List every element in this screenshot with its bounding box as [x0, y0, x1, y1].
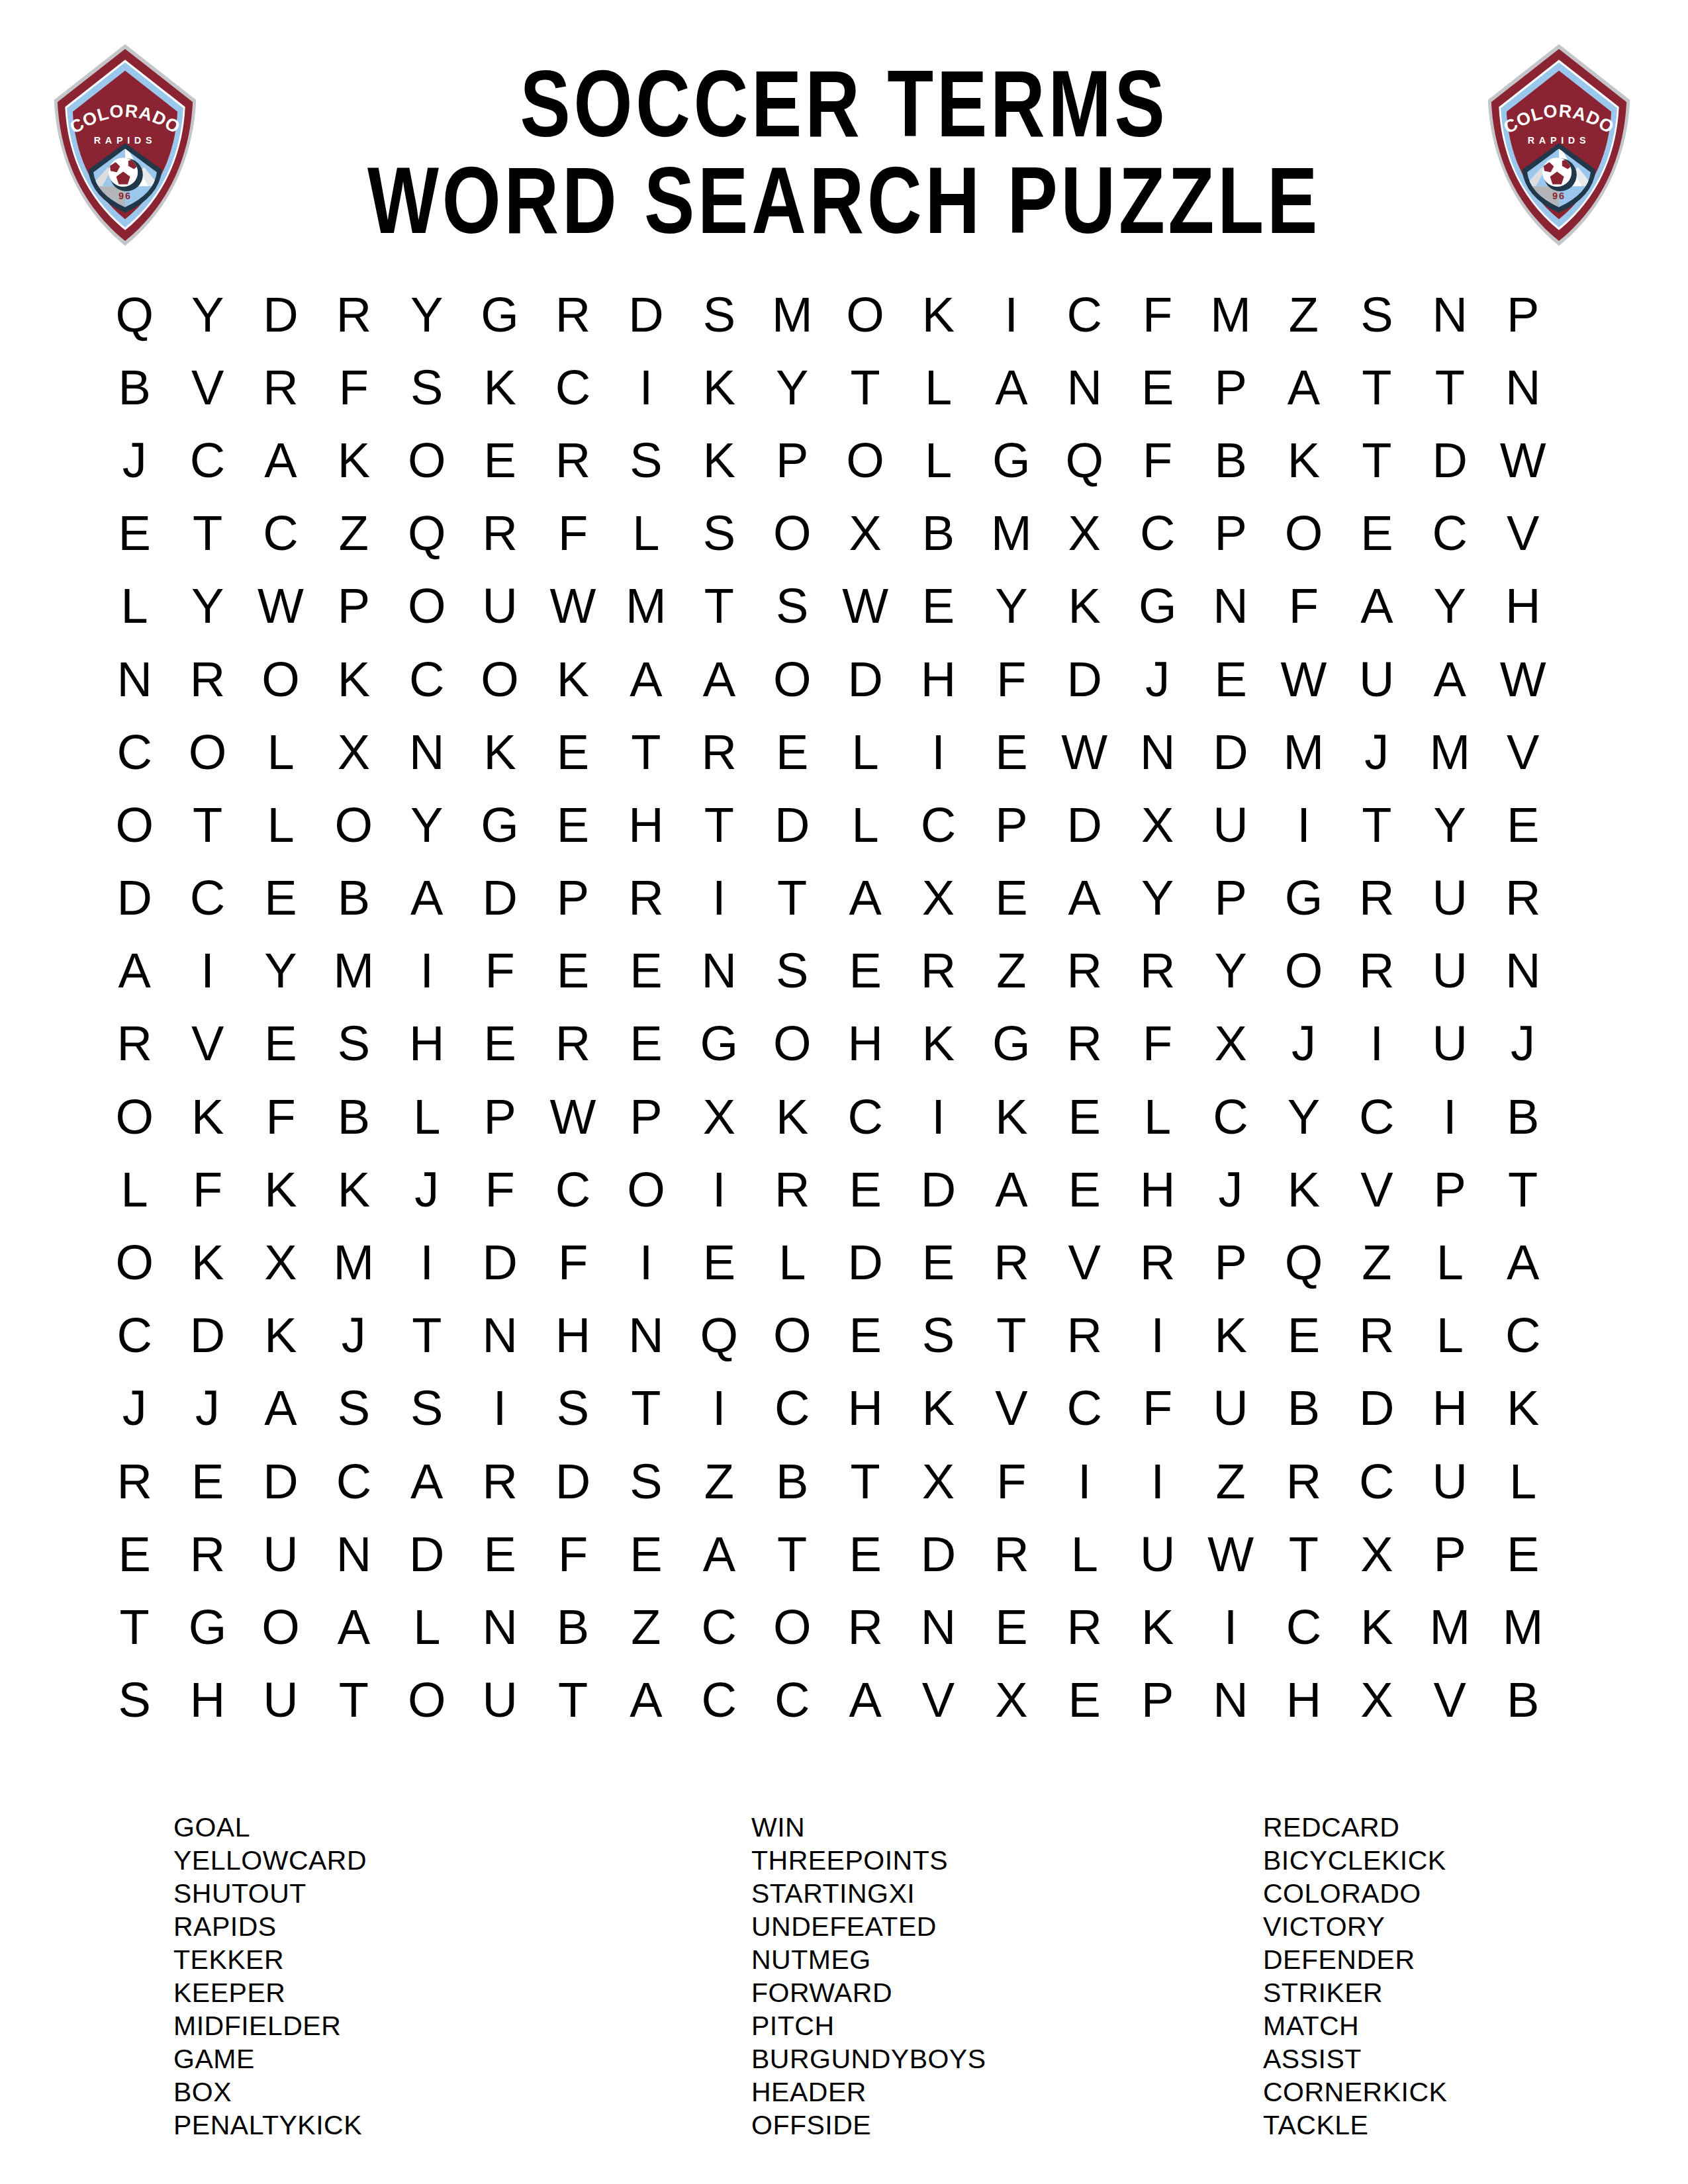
grid-cell-11-2: V: [171, 1007, 244, 1080]
grid-cell-16-16: U: [1194, 1372, 1267, 1445]
grid-cell-6-1: N: [98, 643, 171, 715]
grid-cell-5-7: W: [536, 570, 609, 643]
grid-cell-15-16: K: [1194, 1299, 1267, 1372]
grid-cell-7-18: J: [1340, 715, 1413, 788]
grid-cell-11-9: G: [682, 1007, 755, 1080]
grid-cell-16-20: K: [1486, 1372, 1559, 1445]
grid-cell-18-11: E: [829, 1518, 902, 1590]
grid-cell-11-20: J: [1486, 1007, 1559, 1080]
grid-cell-2-16: P: [1194, 351, 1267, 424]
grid-cell-6-2: R: [171, 643, 244, 715]
word-list-section: GOALYELLOWCARDSHUTOUTRAPIDSTEKKERKEEPERM…: [0, 1811, 1688, 2155]
grid-cell-10-11: E: [829, 934, 902, 1007]
grid-cell-11-19: U: [1413, 1007, 1486, 1080]
grid-cell-16-5: S: [391, 1372, 463, 1445]
grid-cell-6-12: H: [902, 643, 974, 715]
grid-cell-11-5: H: [391, 1007, 463, 1080]
grid-cell-12-7: W: [536, 1080, 609, 1153]
grid-cell-1-7: R: [536, 278, 609, 351]
grid-cell-6-15: J: [1121, 643, 1194, 715]
grid-cell-9-14: A: [1048, 862, 1121, 934]
grid-cell-1-13: I: [975, 278, 1048, 351]
grid-cell-12-5: L: [391, 1080, 463, 1153]
grid-cell-10-12: R: [902, 934, 974, 1007]
grid-cell-5-4: P: [317, 570, 390, 643]
grid-cell-3-13: G: [975, 424, 1048, 496]
grid-cell-7-13: E: [975, 715, 1048, 788]
grid-cell-2-14: N: [1048, 351, 1121, 424]
grid-cell-6-5: C: [391, 643, 463, 715]
grid-cell-15-5: T: [391, 1299, 463, 1372]
grid-cell-9-10: T: [756, 862, 829, 934]
grid-cell-12-14: E: [1048, 1080, 1121, 1153]
grid-cell-10-2: I: [171, 934, 244, 1007]
grid-cell-10-13: Z: [975, 934, 1048, 1007]
grid-cell-17-16: Z: [1194, 1445, 1267, 1518]
grid-cell-16-12: K: [902, 1372, 974, 1445]
grid-cell-6-20: W: [1486, 643, 1559, 715]
grid-cell-8-17: I: [1267, 788, 1340, 861]
word-list-item: ASSIST: [1263, 2042, 1447, 2075]
grid-cell-14-12: E: [902, 1226, 974, 1298]
grid-cell-13-19: P: [1413, 1153, 1486, 1226]
grid-cell-9-1: D: [98, 862, 171, 934]
grid-cell-1-8: D: [610, 278, 682, 351]
grid-cell-8-9: T: [682, 788, 755, 861]
grid-cell-19-8: Z: [610, 1590, 682, 1663]
grid-cell-5-3: W: [244, 570, 317, 643]
word-list-item: DEFENDER: [1263, 1943, 1447, 1976]
word-list-item: SHUTOUT: [173, 1877, 367, 1910]
grid-cell-18-12: D: [902, 1518, 974, 1590]
grid-cell-12-10: K: [756, 1080, 829, 1153]
grid-cell-5-8: M: [610, 570, 682, 643]
grid-cell-5-18: A: [1340, 570, 1413, 643]
word-list-item: REDCARD: [1263, 1811, 1447, 1844]
grid-cell-16-3: A: [244, 1372, 317, 1445]
grid-cell-7-12: I: [902, 715, 974, 788]
grid-cell-15-3: K: [244, 1299, 317, 1372]
grid-cell-7-4: X: [317, 715, 390, 788]
grid-cell-19-4: A: [317, 1590, 390, 1663]
grid-cell-14-10: L: [756, 1226, 829, 1298]
grid-cell-15-8: N: [610, 1299, 682, 1372]
grid-cell-17-3: D: [244, 1445, 317, 1518]
grid-cell-20-4: T: [317, 1664, 390, 1737]
grid-cell-2-1: B: [98, 351, 171, 424]
grid-cell-5-6: U: [463, 570, 536, 643]
grid-cell-9-18: R: [1340, 862, 1413, 934]
grid-cell-4-19: C: [1413, 497, 1486, 570]
word-list-item: PENALTYKICK: [173, 2109, 367, 2142]
grid-cell-3-12: L: [902, 424, 974, 496]
grid-cell-4-8: L: [610, 497, 682, 570]
grid-cell-12-12: I: [902, 1080, 974, 1153]
grid-cell-7-17: M: [1267, 715, 1340, 788]
grid-cell-2-13: A: [975, 351, 1048, 424]
grid-cell-1-2: Y: [171, 278, 244, 351]
grid-cell-4-18: E: [1340, 497, 1413, 570]
grid-cell-13-6: F: [463, 1153, 536, 1226]
grid-cell-8-18: T: [1340, 788, 1413, 861]
grid-cell-1-11: O: [829, 278, 902, 351]
grid-cell-15-19: L: [1413, 1299, 1486, 1372]
grid-cell-18-10: T: [756, 1518, 829, 1590]
grid-cell-14-15: R: [1121, 1226, 1194, 1298]
word-list-item: HEADER: [751, 2075, 986, 2109]
grid-cell-19-10: O: [756, 1590, 829, 1663]
word-list-item: STRIKER: [1263, 1976, 1447, 2009]
grid-cell-3-18: T: [1340, 424, 1413, 496]
grid-cell-2-10: Y: [756, 351, 829, 424]
grid-cell-10-7: E: [536, 934, 609, 1007]
grid-cell-15-20: C: [1486, 1299, 1559, 1372]
grid-cell-15-6: N: [463, 1299, 536, 1372]
grid-cell-17-18: C: [1340, 1445, 1413, 1518]
grid-cell-10-15: R: [1121, 934, 1194, 1007]
word-list-item: WIN: [751, 1811, 986, 1844]
grid-cell-19-13: E: [975, 1590, 1048, 1663]
grid-cell-10-5: I: [391, 934, 463, 1007]
grid-cell-7-2: O: [171, 715, 244, 788]
grid-cell-15-18: R: [1340, 1299, 1413, 1372]
grid-cell-20-11: A: [829, 1664, 902, 1737]
word-search-grid: QYDRYGRDSMOKICFMZSNPBVRFSKCIKYTLANEPATTN…: [98, 278, 1560, 1737]
grid-cell-12-11: C: [829, 1080, 902, 1153]
grid-cell-14-7: F: [536, 1226, 609, 1298]
grid-cell-12-19: I: [1413, 1080, 1486, 1153]
grid-cell-5-20: H: [1486, 570, 1559, 643]
grid-cell-19-19: M: [1413, 1590, 1486, 1663]
grid-cell-19-2: G: [171, 1590, 244, 1663]
grid-cell-13-13: A: [975, 1153, 1048, 1226]
grid-cell-14-1: O: [98, 1226, 171, 1298]
grid-cell-13-8: O: [610, 1153, 682, 1226]
grid-cell-17-9: Z: [682, 1445, 755, 1518]
grid-cell-18-5: D: [391, 1518, 463, 1590]
grid-cell-13-10: R: [756, 1153, 829, 1226]
word-list-item: YELLOWCARD: [173, 1844, 367, 1877]
grid-cell-10-14: R: [1048, 934, 1121, 1007]
grid-cell-7-15: N: [1121, 715, 1194, 788]
grid-cell-20-20: B: [1486, 1664, 1559, 1737]
grid-cell-20-7: T: [536, 1664, 609, 1737]
grid-cell-16-18: D: [1340, 1372, 1413, 1445]
grid-cell-6-18: U: [1340, 643, 1413, 715]
grid-cell-3-16: B: [1194, 424, 1267, 496]
grid-cell-14-3: X: [244, 1226, 317, 1298]
grid-cell-20-6: U: [463, 1664, 536, 1737]
grid-cell-16-6: I: [463, 1372, 536, 1445]
grid-cell-2-18: T: [1340, 351, 1413, 424]
grid-cell-19-9: C: [682, 1590, 755, 1663]
word-list-item: FORWARD: [751, 1976, 986, 2009]
grid-cell-12-16: C: [1194, 1080, 1267, 1153]
grid-cell-2-19: T: [1413, 351, 1486, 424]
grid-cell-2-3: R: [244, 351, 317, 424]
grid-cell-15-15: I: [1121, 1299, 1194, 1372]
grid-cell-5-2: Y: [171, 570, 244, 643]
grid-cell-16-13: V: [975, 1372, 1048, 1445]
grid-cell-3-15: F: [1121, 424, 1194, 496]
word-list-item: TACKLE: [1263, 2109, 1447, 2142]
grid-cell-14-17: Q: [1267, 1226, 1340, 1298]
grid-cell-10-4: M: [317, 934, 390, 1007]
grid-cell-14-8: I: [610, 1226, 682, 1298]
grid-cell-14-5: I: [391, 1226, 463, 1298]
grid-cell-5-11: W: [829, 570, 902, 643]
word-search-puzzle-page: SOCCER TERMS WORD SEARCH PUZZLE QYDRYGRD…: [0, 0, 1688, 2184]
grid-cell-14-19: L: [1413, 1226, 1486, 1298]
grid-cell-13-5: J: [391, 1153, 463, 1226]
grid-cell-8-2: T: [171, 788, 244, 861]
grid-cell-11-8: E: [610, 1007, 682, 1080]
grid-cell-3-14: Q: [1048, 424, 1121, 496]
grid-cell-3-10: P: [756, 424, 829, 496]
grid-cell-18-18: X: [1340, 1518, 1413, 1590]
grid-cell-1-9: S: [682, 278, 755, 351]
grid-cell-14-11: D: [829, 1226, 902, 1298]
grid-cell-3-7: R: [536, 424, 609, 496]
grid-cell-9-11: A: [829, 862, 902, 934]
grid-cell-1-4: R: [317, 278, 390, 351]
grid-cell-5-9: T: [682, 570, 755, 643]
grid-cell-19-1: T: [98, 1590, 171, 1663]
word-list-item: TEKKER: [173, 1943, 367, 1976]
grid-cell-9-19: U: [1413, 862, 1486, 934]
grid-cell-6-4: K: [317, 643, 390, 715]
grid-cell-9-8: R: [610, 862, 682, 934]
grid-cell-14-2: K: [171, 1226, 244, 1298]
grid-cell-12-3: F: [244, 1080, 317, 1153]
grid-cell-10-18: R: [1340, 934, 1413, 1007]
grid-cell-2-7: C: [536, 351, 609, 424]
page-title: SOCCER TERMS WORD SEARCH PUZZLE: [0, 56, 1688, 249]
grid-cell-3-20: W: [1486, 424, 1559, 496]
grid-cell-16-7: S: [536, 1372, 609, 1445]
grid-cell-12-18: C: [1340, 1080, 1413, 1153]
grid-cell-12-9: X: [682, 1080, 755, 1153]
grid-cell-8-7: E: [536, 788, 609, 861]
word-list-item: BOX: [173, 2075, 367, 2109]
grid-cell-19-20: M: [1486, 1590, 1559, 1663]
grid-cell-20-19: V: [1413, 1664, 1486, 1737]
grid-cell-12-2: K: [171, 1080, 244, 1153]
grid-cell-10-16: Y: [1194, 934, 1267, 1007]
grid-cell-2-5: S: [391, 351, 463, 424]
grid-cell-16-1: J: [98, 1372, 171, 1445]
grid-cell-9-20: R: [1486, 862, 1559, 934]
grid-cell-1-15: F: [1121, 278, 1194, 351]
grid-cell-11-11: H: [829, 1007, 902, 1080]
grid-cell-2-12: L: [902, 351, 974, 424]
grid-cell-11-1: R: [98, 1007, 171, 1080]
grid-cell-12-8: P: [610, 1080, 682, 1153]
grid-cell-5-12: E: [902, 570, 974, 643]
grid-cell-3-19: D: [1413, 424, 1486, 496]
grid-cell-16-8: T: [610, 1372, 682, 1445]
grid-cell-6-6: O: [463, 643, 536, 715]
grid-cell-11-14: R: [1048, 1007, 1121, 1080]
grid-cell-12-6: P: [463, 1080, 536, 1153]
grid-cell-10-17: O: [1267, 934, 1340, 1007]
grid-cell-13-20: T: [1486, 1153, 1559, 1226]
grid-cell-13-3: K: [244, 1153, 317, 1226]
word-list-column-3: REDCARDBICYCLEKICKCOLORADOVICTORYDEFENDE…: [1263, 1811, 1447, 2142]
grid-cell-17-6: R: [463, 1445, 536, 1518]
grid-cell-8-19: Y: [1413, 788, 1486, 861]
grid-cell-13-16: J: [1194, 1153, 1267, 1226]
grid-cell-20-17: H: [1267, 1664, 1340, 1737]
grid-cell-4-16: P: [1194, 497, 1267, 570]
grid-cell-13-15: H: [1121, 1153, 1194, 1226]
grid-cell-20-1: S: [98, 1664, 171, 1737]
grid-cell-20-13: X: [975, 1664, 1048, 1737]
grid-cell-5-15: G: [1121, 570, 1194, 643]
grid-cell-4-13: M: [975, 497, 1048, 570]
grid-cell-6-8: A: [610, 643, 682, 715]
grid-cell-18-3: U: [244, 1518, 317, 1590]
grid-cell-8-10: D: [756, 788, 829, 861]
grid-cell-7-9: R: [682, 715, 755, 788]
grid-cell-20-2: H: [171, 1664, 244, 1737]
grid-cell-5-5: O: [391, 570, 463, 643]
grid-cell-8-6: G: [463, 788, 536, 861]
grid-cell-11-10: O: [756, 1007, 829, 1080]
grid-cell-2-4: F: [317, 351, 390, 424]
grid-cell-7-7: E: [536, 715, 609, 788]
grid-cell-5-10: S: [756, 570, 829, 643]
grid-cell-13-14: E: [1048, 1153, 1121, 1226]
grid-cell-9-2: C: [171, 862, 244, 934]
grid-cell-20-16: N: [1194, 1664, 1267, 1737]
grid-cell-17-19: U: [1413, 1445, 1486, 1518]
grid-cell-10-8: E: [610, 934, 682, 1007]
grid-cell-1-1: Q: [98, 278, 171, 351]
word-list-item: STARTINGXI: [751, 1877, 986, 1910]
grid-cell-7-14: W: [1048, 715, 1121, 788]
grid-cell-4-20: V: [1486, 497, 1559, 570]
grid-cell-7-16: D: [1194, 715, 1267, 788]
grid-cell-7-1: C: [98, 715, 171, 788]
grid-cell-4-12: B: [902, 497, 974, 570]
grid-cell-11-12: K: [902, 1007, 974, 1080]
grid-cell-3-4: K: [317, 424, 390, 496]
grid-cell-2-6: K: [463, 351, 536, 424]
grid-cell-19-12: N: [902, 1590, 974, 1663]
grid-cell-12-13: K: [975, 1080, 1048, 1153]
grid-cell-8-4: O: [317, 788, 390, 861]
grid-cell-7-6: K: [463, 715, 536, 788]
word-list-item: COLORADO: [1263, 1877, 1447, 1910]
grid-cell-18-20: E: [1486, 1518, 1559, 1590]
grid-cell-6-16: E: [1194, 643, 1267, 715]
grid-cell-9-13: E: [975, 862, 1048, 934]
word-list-item: PITCH: [751, 2009, 986, 2042]
grid-cell-14-13: R: [975, 1226, 1048, 1298]
grid-cell-9-15: Y: [1121, 862, 1194, 934]
grid-cell-8-5: Y: [391, 788, 463, 861]
title-line-2: WORD SEARCH PUZZLE: [169, 152, 1519, 249]
grid-cell-18-15: U: [1121, 1518, 1194, 1590]
grid-cell-16-2: J: [171, 1372, 244, 1445]
grid-cell-16-19: H: [1413, 1372, 1486, 1445]
grid-cell-17-7: D: [536, 1445, 609, 1518]
grid-cell-4-5: Q: [391, 497, 463, 570]
grid-cell-3-1: J: [98, 424, 171, 496]
grid-cell-6-10: O: [756, 643, 829, 715]
word-list-item: BICYCLEKICK: [1263, 1844, 1447, 1877]
grid-cell-16-14: C: [1048, 1372, 1121, 1445]
grid-cell-6-3: O: [244, 643, 317, 715]
grid-cell-7-20: V: [1486, 715, 1559, 788]
grid-cell-18-7: F: [536, 1518, 609, 1590]
grid-cell-17-20: L: [1486, 1445, 1559, 1518]
grid-cell-19-17: C: [1267, 1590, 1340, 1663]
grid-cell-3-2: C: [171, 424, 244, 496]
grid-cell-9-9: I: [682, 862, 755, 934]
grid-cell-2-8: I: [610, 351, 682, 424]
word-list-item: VICTORY: [1263, 1910, 1447, 1943]
grid-cell-17-15: I: [1121, 1445, 1194, 1518]
word-list-item: RAPIDS: [173, 1910, 367, 1943]
word-list-item: MIDFIELDER: [173, 2009, 367, 2042]
grid-cell-1-14: C: [1048, 278, 1121, 351]
grid-cell-3-9: K: [682, 424, 755, 496]
grid-cell-1-5: Y: [391, 278, 463, 351]
grid-cell-11-17: J: [1267, 1007, 1340, 1080]
grid-cell-4-1: E: [98, 497, 171, 570]
grid-cell-2-15: E: [1121, 351, 1194, 424]
grid-cell-19-15: K: [1121, 1590, 1194, 1663]
grid-cell-4-15: C: [1121, 497, 1194, 570]
grid-cell-18-19: P: [1413, 1518, 1486, 1590]
grid-cell-5-16: N: [1194, 570, 1267, 643]
grid-cell-6-7: K: [536, 643, 609, 715]
grid-cell-4-11: X: [829, 497, 902, 570]
grid-cell-3-6: E: [463, 424, 536, 496]
grid-cell-1-18: S: [1340, 278, 1413, 351]
grid-cell-8-20: E: [1486, 788, 1559, 861]
grid-cell-18-14: L: [1048, 1518, 1121, 1590]
grid-cell-16-9: I: [682, 1372, 755, 1445]
word-list-item: CORNERKICK: [1263, 2075, 1447, 2109]
grid-cell-11-18: I: [1340, 1007, 1413, 1080]
grid-cell-13-17: K: [1267, 1153, 1340, 1226]
grid-cell-6-11: D: [829, 643, 902, 715]
grid-cell-11-15: F: [1121, 1007, 1194, 1080]
grid-cell-15-17: E: [1267, 1299, 1340, 1372]
grid-cell-19-5: L: [391, 1590, 463, 1663]
grid-cell-15-13: T: [975, 1299, 1048, 1372]
grid-cell-1-10: M: [756, 278, 829, 351]
grid-cell-9-17: G: [1267, 862, 1340, 934]
grid-cell-9-16: P: [1194, 862, 1267, 934]
grid-cell-7-11: L: [829, 715, 902, 788]
grid-cell-7-10: E: [756, 715, 829, 788]
grid-cell-5-1: L: [98, 570, 171, 643]
grid-cell-4-7: F: [536, 497, 609, 570]
word-list-item: GAME: [173, 2042, 367, 2075]
grid-cell-10-19: U: [1413, 934, 1486, 1007]
grid-cell-16-4: S: [317, 1372, 390, 1445]
grid-cell-7-8: T: [610, 715, 682, 788]
grid-cell-10-9: N: [682, 934, 755, 1007]
grid-cell-6-14: D: [1048, 643, 1121, 715]
grid-cell-1-20: P: [1486, 278, 1559, 351]
grid-cell-3-8: S: [610, 424, 682, 496]
grid-cell-15-10: O: [756, 1299, 829, 1372]
